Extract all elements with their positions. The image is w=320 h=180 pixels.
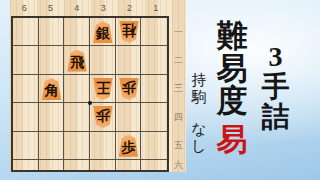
file-label: 2 (116, 0, 142, 16)
file-labels: 654321 (11, 0, 169, 16)
shogi-board: 654321 一二三四五六 銀桂飛角王歩歩歩 (10, 0, 186, 172)
rank-label: 二 (171, 54, 186, 67)
rank-label: 五 (171, 139, 186, 152)
difficulty-value: 易 (217, 124, 248, 157)
pieces-in-hand-text: 持駒なし (190, 72, 208, 155)
hand-label: 持駒 (192, 72, 207, 105)
shogi-piece-gote: 王 (93, 78, 113, 100)
hand-value: なし (190, 121, 208, 156)
shogi-piece-gote: 桂 (119, 21, 139, 43)
file-label: 1 (143, 0, 169, 16)
rank-label: 三 (171, 82, 186, 95)
file-label: 3 (90, 0, 116, 16)
shogi-piece-gote: 歩 (119, 78, 139, 100)
shogi-piece-sente: 銀 (93, 21, 113, 43)
file-label: 5 (37, 0, 63, 16)
rank-label: 四 (171, 111, 186, 124)
shogi-piece-sente: 角 (42, 78, 62, 100)
moves-to-mate-text: 3手詰 (260, 42, 291, 132)
hoshi-dot (88, 101, 92, 105)
rank-label: 一 (171, 26, 186, 39)
shogi-piece-gote: 歩 (93, 106, 113, 128)
file-label: 6 (11, 0, 37, 16)
scene: 654321 一二三四五六 銀桂飛角王歩歩歩 難易度易 3手詰 持駒なし (0, 0, 320, 180)
board-play-area: 銀桂飛角王歩歩歩 (13, 18, 167, 172)
rank-labels: 一二三四五六 (171, 16, 186, 172)
difficulty-text: 難易度易 (215, 20, 249, 156)
moves-label: 3手詰 (262, 41, 290, 132)
difficulty-label: 難易度 (217, 18, 248, 118)
rank-label: 六 (171, 159, 186, 172)
file-label: 4 (64, 0, 90, 16)
shogi-piece-sente: 飛 (67, 50, 87, 72)
shogi-piece-sente: 歩 (119, 135, 139, 157)
